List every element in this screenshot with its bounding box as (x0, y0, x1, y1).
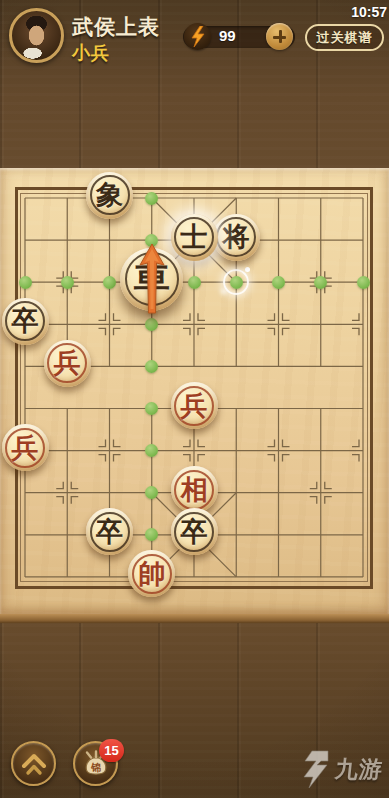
piece-red-相[interactable]: 相 (171, 466, 218, 513)
xiangqi-app-screen: 象士将車卒兵兵兵相卒卒帥 10:57 武侯上表 小兵 99 过关棋谱 锦 15 (0, 0, 389, 798)
piece-black-象[interactable]: 象 (86, 172, 133, 219)
piece-char: 将 (213, 214, 260, 261)
piece-black-将[interactable]: 将 (213, 214, 260, 261)
move-hint-dot[interactable] (314, 276, 327, 289)
move-hint-dot[interactable] (272, 276, 285, 289)
piece-char: 卒 (2, 298, 49, 345)
piece-char: 象 (86, 172, 133, 219)
move-hint-dot[interactable] (103, 276, 116, 289)
piece-char: 兵 (44, 340, 91, 387)
bag-char: 锦 (90, 761, 101, 772)
chevron-up-icon (20, 752, 48, 776)
piece-red-兵[interactable]: 兵 (44, 340, 91, 387)
piece-red-兵[interactable]: 兵 (2, 424, 49, 471)
piece-char: 兵 (2, 424, 49, 471)
move-hint-dot[interactable] (145, 192, 158, 205)
piece-black-卒[interactable]: 卒 (171, 508, 218, 555)
piece-red-兵[interactable]: 兵 (171, 382, 218, 429)
sparkle-highlight (223, 269, 249, 295)
move-hint-dot[interactable] (19, 276, 32, 289)
piece-black-卒[interactable]: 卒 (86, 508, 133, 555)
piece-char: 卒 (86, 508, 133, 555)
piece-char: 兵 (171, 382, 218, 429)
piece-char: 卒 (171, 508, 218, 555)
piece-char: 相 (171, 466, 218, 513)
move-hint-dot[interactable] (61, 276, 74, 289)
move-hint-dot[interactable] (145, 318, 158, 331)
piece-red-帥[interactable]: 帥 (128, 550, 175, 597)
watermark-text: 九游 (333, 754, 384, 785)
piece-char: 帥 (128, 550, 175, 597)
hint-count-badge: 15 (99, 739, 124, 762)
watermark-logo: 九游 (301, 749, 383, 789)
logo-mark-icon (301, 749, 331, 789)
move-hint-dot[interactable] (357, 276, 370, 289)
collapse-button[interactable] (11, 741, 56, 786)
move-arrow-icon (139, 243, 165, 315)
piece-black-卒[interactable]: 卒 (2, 298, 49, 345)
move-hint-dot[interactable] (188, 276, 201, 289)
